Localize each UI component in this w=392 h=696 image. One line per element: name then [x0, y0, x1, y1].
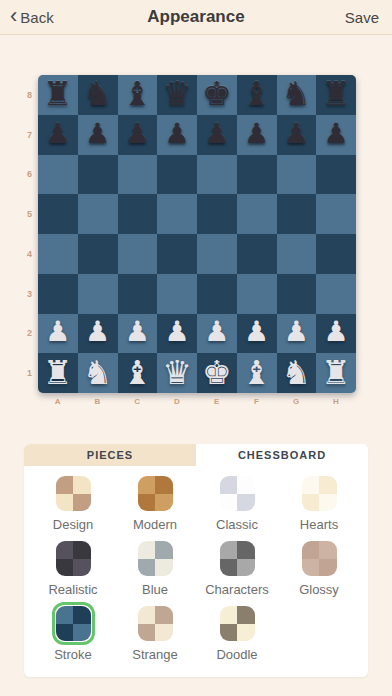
theme-blue[interactable]: Blue	[114, 537, 196, 602]
square-g8: ♞	[277, 75, 317, 115]
theme-swatch-design	[52, 472, 95, 515]
file-label-g: G	[277, 397, 317, 406]
file-label-e: E	[197, 397, 237, 406]
theme-swatch-modern	[134, 472, 177, 515]
square-e2: ♟	[197, 314, 237, 354]
tab-bar: PIECES CHESSBOARD	[24, 444, 368, 466]
theme-label: Blue	[142, 582, 168, 597]
piece-black-pawn: ♟	[244, 120, 269, 148]
swatch-tile	[138, 541, 156, 559]
piece-black-pawn: ♟	[165, 120, 190, 148]
swatch-tile	[155, 624, 173, 642]
file-label-h: H	[316, 397, 356, 406]
swatch-tile	[220, 494, 238, 512]
theme-swatch-characters	[216, 537, 259, 580]
square-c8: ♝	[118, 75, 158, 115]
square-g5	[277, 194, 317, 234]
square-h6	[316, 155, 356, 195]
square-g2: ♟	[277, 314, 317, 354]
theme-glossy[interactable]: Glossy	[278, 537, 360, 602]
piece-white-bishop: ♝	[242, 356, 272, 389]
swatch-tile	[155, 494, 173, 512]
square-f2: ♟	[237, 314, 277, 354]
rank-label-1: 1	[14, 353, 32, 393]
square-c2: ♟	[118, 314, 158, 354]
swatch-tile	[220, 606, 238, 624]
piece-white-knight: ♞	[282, 356, 312, 389]
square-g4	[277, 234, 317, 274]
swatch-tile	[155, 476, 173, 494]
square-a5	[38, 194, 78, 234]
theme-label: Design	[53, 517, 93, 532]
square-h7: ♟	[316, 115, 356, 155]
square-e7: ♟	[197, 115, 237, 155]
square-h8: ♜	[316, 75, 356, 115]
file-labels: ABCDEFGH	[38, 397, 356, 406]
swatch-tile	[138, 494, 156, 512]
theme-swatch-blue	[134, 537, 177, 580]
square-b5	[78, 194, 118, 234]
swatch-checker	[56, 476, 91, 511]
swatch-tile	[155, 541, 173, 559]
square-c5	[118, 194, 158, 234]
rank-label-3: 3	[14, 274, 32, 314]
square-a1: ♜	[38, 353, 78, 393]
square-g3	[277, 274, 317, 314]
square-f8: ♝	[237, 75, 277, 115]
theme-label: Realistic	[48, 582, 97, 597]
square-f5	[237, 194, 277, 234]
swatch-tile	[56, 494, 74, 512]
piece-white-pawn: ♟	[284, 318, 309, 346]
theme-label: Strange	[132, 647, 178, 662]
square-g7: ♟	[277, 115, 317, 155]
piece-black-queen: ♛	[162, 77, 192, 110]
swatch-tile	[138, 476, 156, 494]
piece-white-queen: ♛	[162, 356, 192, 389]
swatch-tile	[73, 541, 91, 559]
swatch-checker	[138, 476, 173, 511]
piece-white-bishop: ♝	[123, 356, 153, 389]
swatch-tile	[237, 606, 255, 624]
back-label: Back	[20, 9, 53, 26]
theme-label: Modern	[133, 517, 177, 532]
square-b7: ♟	[78, 115, 118, 155]
theme-label: Characters	[205, 582, 269, 597]
square-c6	[118, 155, 158, 195]
theme-label: Hearts	[300, 517, 338, 532]
square-g6	[277, 155, 317, 195]
theme-swatch-strange	[134, 602, 177, 645]
swatch-tile	[302, 494, 320, 512]
swatch-tile	[220, 476, 238, 494]
square-d6	[157, 155, 197, 195]
swatch-tile	[319, 494, 337, 512]
tab-chessboard-label: CHESSBOARD	[238, 449, 326, 461]
piece-white-knight: ♞	[83, 356, 113, 389]
square-b6	[78, 155, 118, 195]
square-d4	[157, 234, 197, 274]
save-button[interactable]: Save	[345, 0, 379, 34]
swatch-tile	[237, 559, 255, 577]
square-d1: ♛	[157, 353, 197, 393]
theme-characters[interactable]: Characters	[196, 537, 278, 602]
swatch-checker	[302, 476, 337, 511]
theme-strange[interactable]: Strange	[114, 602, 196, 667]
swatch-checker	[56, 541, 91, 576]
square-d5	[157, 194, 197, 234]
swatch-tile	[56, 541, 74, 559]
theme-realistic[interactable]: Realistic	[32, 537, 114, 602]
swatch-checker	[138, 541, 173, 576]
square-h3	[316, 274, 356, 314]
piece-black-pawn: ♟	[284, 120, 309, 148]
theme-label: Stroke	[54, 647, 92, 662]
swatch-tile	[138, 559, 156, 577]
piece-black-knight: ♞	[83, 77, 113, 110]
swatch-tile	[302, 559, 320, 577]
swatch-tile	[237, 476, 255, 494]
theme-hearts[interactable]: Hearts	[278, 472, 360, 537]
theme-label: Classic	[216, 517, 258, 532]
square-h4	[316, 234, 356, 274]
piece-black-king: ♚	[202, 77, 232, 110]
theme-label: Doodle	[216, 647, 257, 662]
tab-pieces[interactable]: PIECES	[24, 444, 196, 466]
theme-modern[interactable]: Modern	[114, 472, 196, 537]
theme-panel: PIECES CHESSBOARD DesignModernClassicHea…	[24, 444, 368, 677]
theme-classic[interactable]: Classic	[196, 472, 278, 537]
swatch-tile	[319, 476, 337, 494]
square-d8: ♛	[157, 75, 197, 115]
swatch-tile	[56, 606, 74, 624]
square-f3	[237, 274, 277, 314]
piece-black-pawn: ♟	[324, 120, 349, 148]
piece-white-pawn: ♟	[85, 318, 110, 346]
file-label-f: F	[237, 397, 277, 406]
back-button[interactable]: ‹ Back	[10, 0, 54, 34]
swatch-checker	[302, 541, 337, 576]
theme-swatch-stroke	[52, 602, 95, 645]
swatch-checker	[138, 606, 173, 641]
rank-labels: 87654321	[14, 75, 32, 393]
file-label-a: A	[38, 397, 78, 406]
square-h5	[316, 194, 356, 234]
piece-black-rook: ♜	[43, 77, 73, 110]
swatch-tile	[319, 559, 337, 577]
swatch-tile	[237, 541, 255, 559]
piece-white-king: ♚	[202, 356, 232, 389]
square-b8: ♞	[78, 75, 118, 115]
square-f7: ♟	[237, 115, 277, 155]
file-label-b: B	[78, 397, 118, 406]
square-b2: ♟	[78, 314, 118, 354]
theme-grid: DesignModernClassicHeartsRealisticBlueCh…	[24, 466, 368, 667]
swatch-tile	[237, 624, 255, 642]
swatch-tile	[138, 606, 156, 624]
page-title: Appearance	[60, 0, 332, 34]
piece-white-pawn: ♟	[244, 318, 269, 346]
swatch-tile	[220, 559, 238, 577]
square-g1: ♞	[277, 353, 317, 393]
swatch-tile	[73, 624, 91, 642]
swatch-tile	[138, 624, 156, 642]
piece-black-pawn: ♟	[45, 120, 70, 148]
square-f6	[237, 155, 277, 195]
rank-label-8: 8	[14, 75, 32, 115]
rank-label-7: 7	[14, 115, 32, 155]
piece-black-knight: ♞	[282, 77, 312, 110]
swatch-tile	[302, 476, 320, 494]
square-h1: ♜	[316, 353, 356, 393]
square-a6	[38, 155, 78, 195]
swatch-tile	[220, 624, 238, 642]
square-a8: ♜	[38, 75, 78, 115]
theme-swatch-classic	[216, 472, 259, 515]
rank-label-4: 4	[14, 234, 32, 274]
swatch-tile	[56, 559, 74, 577]
swatch-tile	[155, 606, 173, 624]
piece-white-pawn: ♟	[324, 318, 349, 346]
piece-white-pawn: ♟	[45, 318, 70, 346]
square-b4	[78, 234, 118, 274]
square-a3	[38, 274, 78, 314]
theme-stroke[interactable]: Stroke	[32, 602, 114, 667]
tab-chessboard[interactable]: CHESSBOARD	[196, 444, 368, 466]
square-e8: ♚	[197, 75, 237, 115]
square-e5	[197, 194, 237, 234]
back-chevron-icon: ‹	[10, 5, 17, 27]
swatch-tile	[155, 559, 173, 577]
piece-black-bishop: ♝	[123, 77, 153, 110]
swatch-tile	[73, 494, 91, 512]
piece-black-bishop: ♝	[242, 77, 272, 110]
swatch-tile	[73, 559, 91, 577]
square-f1: ♝	[237, 353, 277, 393]
swatch-tile	[73, 476, 91, 494]
swatch-checker	[220, 476, 255, 511]
piece-white-pawn: ♟	[204, 318, 229, 346]
square-a2: ♟	[38, 314, 78, 354]
swatch-checker	[56, 606, 91, 641]
square-e1: ♚	[197, 353, 237, 393]
swatch-tile	[56, 624, 74, 642]
square-c3	[118, 274, 158, 314]
square-e6	[197, 155, 237, 195]
rank-label-5: 5	[14, 194, 32, 234]
square-b3	[78, 274, 118, 314]
piece-white-rook: ♜	[321, 356, 351, 389]
swatch-tile	[56, 476, 74, 494]
swatch-tile	[73, 606, 91, 624]
theme-design[interactable]: Design	[32, 472, 114, 537]
chess-board: ♜♞♝♛♚♝♞♜♟♟♟♟♟♟♟♟♟♟♟♟♟♟♟♟♜♞♝♛♚♝♞♜	[38, 75, 356, 393]
square-a4	[38, 234, 78, 274]
tab-pieces-label: PIECES	[87, 449, 133, 461]
theme-swatch-doodle	[216, 602, 259, 645]
piece-white-pawn: ♟	[125, 318, 150, 346]
piece-black-pawn: ♟	[204, 120, 229, 148]
square-d7: ♟	[157, 115, 197, 155]
swatch-tile	[302, 541, 320, 559]
square-c7: ♟	[118, 115, 158, 155]
square-h2: ♟	[316, 314, 356, 354]
swatch-tile	[237, 494, 255, 512]
theme-swatch-glossy	[298, 537, 341, 580]
piece-black-pawn: ♟	[125, 120, 150, 148]
square-b1: ♞	[78, 353, 118, 393]
square-d2: ♟	[157, 314, 197, 354]
swatch-checker	[220, 606, 255, 641]
square-c1: ♝	[118, 353, 158, 393]
square-d3	[157, 274, 197, 314]
square-e3	[197, 274, 237, 314]
square-e4	[197, 234, 237, 274]
swatch-tile	[220, 541, 238, 559]
square-f4	[237, 234, 277, 274]
square-c4	[118, 234, 158, 274]
piece-black-pawn: ♟	[85, 120, 110, 148]
file-label-c: C	[118, 397, 158, 406]
theme-swatch-hearts	[298, 472, 341, 515]
rank-label-6: 6	[14, 155, 32, 195]
swatch-checker	[220, 541, 255, 576]
rank-label-2: 2	[14, 314, 32, 354]
file-label-d: D	[157, 397, 197, 406]
theme-label: Glossy	[299, 582, 339, 597]
nav-bar: ‹ Back Appearance Save	[0, 0, 392, 35]
appearance-screen: ‹ Back Appearance Save 87654321 ♜♞♝♛♚♝♞♜…	[0, 0, 392, 696]
swatch-tile	[319, 541, 337, 559]
piece-black-rook: ♜	[321, 77, 351, 110]
square-a7: ♟	[38, 115, 78, 155]
piece-white-pawn: ♟	[165, 318, 190, 346]
theme-doodle[interactable]: Doodle	[196, 602, 278, 667]
theme-swatch-realistic	[52, 537, 95, 580]
piece-white-rook: ♜	[43, 356, 73, 389]
